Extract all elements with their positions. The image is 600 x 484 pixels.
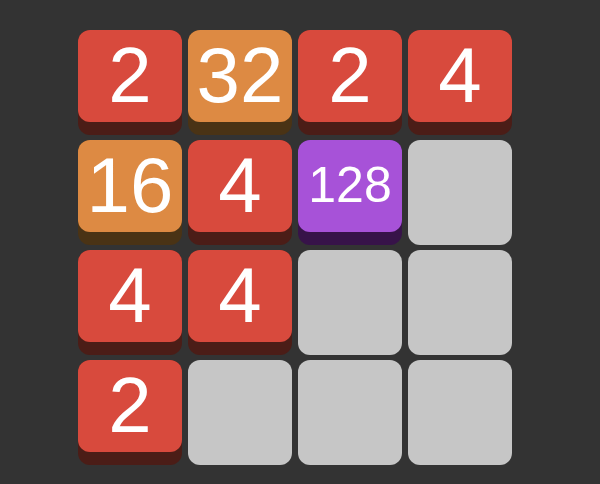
tile-value: 2 <box>78 30 182 122</box>
tile-value: 16 <box>78 140 182 232</box>
empty-cell <box>408 360 512 465</box>
game-stage: 23224164128442 <box>0 0 600 484</box>
tile-4: 4 <box>78 250 182 355</box>
tile-value: 128 <box>298 140 402 232</box>
tile-128: 128 <box>298 140 402 245</box>
empty-cell <box>188 360 292 465</box>
tile-value: 4 <box>408 30 512 122</box>
tile-value: 4 <box>78 250 182 342</box>
empty-cell <box>408 140 512 245</box>
empty-cell <box>298 360 402 465</box>
tile-value: 4 <box>188 140 292 232</box>
tile-2: 2 <box>78 360 182 465</box>
tile-4: 4 <box>188 250 292 355</box>
board[interactable]: 23224164128442 <box>78 30 512 465</box>
tile-4: 4 <box>188 140 292 245</box>
tile-2: 2 <box>78 30 182 135</box>
tile-16: 16 <box>78 140 182 245</box>
tile-2: 2 <box>298 30 402 135</box>
tile-value: 32 <box>188 30 292 122</box>
tile-value: 2 <box>298 30 402 122</box>
empty-cell <box>298 250 402 355</box>
tile-32: 32 <box>188 30 292 135</box>
tile-4: 4 <box>408 30 512 135</box>
tile-value: 2 <box>78 360 182 452</box>
empty-cell <box>408 250 512 355</box>
tile-value: 4 <box>188 250 292 342</box>
